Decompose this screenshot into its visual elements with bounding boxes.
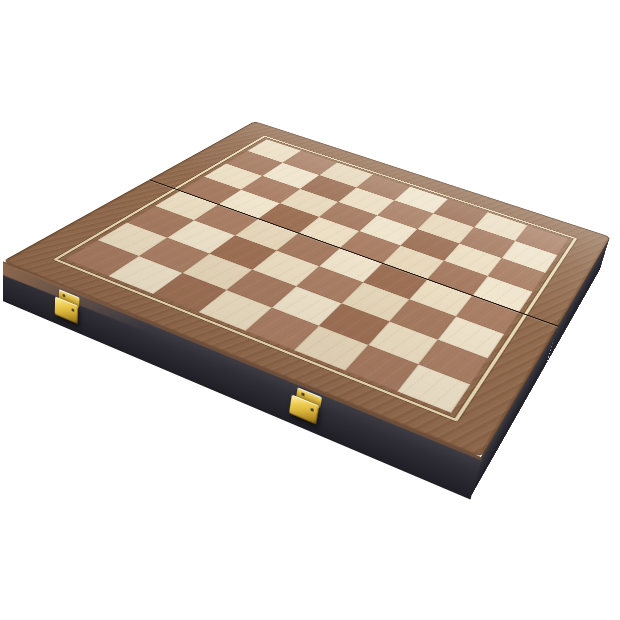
square-c3: [209, 235, 276, 269]
square-a1: [66, 240, 140, 276]
square-f2: [319, 303, 389, 344]
maple-inlay-border: [53, 136, 577, 422]
latch-screw: [62, 294, 65, 298]
brass-latch-center: [286, 385, 328, 432]
square-g1: [345, 345, 419, 392]
square-f4: [363, 263, 427, 299]
square-d1: [198, 290, 272, 331]
chessboard-grid: [66, 139, 569, 413]
chessboard-3d-body: [2, 121, 611, 458]
square-g3: [389, 299, 455, 339]
square-e1: [246, 308, 320, 351]
product-photo-scene: [0, 0, 620, 620]
square-b1: [108, 256, 182, 294]
square-h3: [438, 316, 504, 358]
square-c1: [153, 273, 227, 312]
square-e2: [272, 286, 342, 326]
square-f1: [294, 326, 368, 371]
square-e3: [297, 266, 364, 303]
square-h2: [418, 339, 488, 384]
square-d3: [252, 251, 319, 287]
latch-screw: [71, 308, 74, 312]
square-c2: [182, 253, 252, 290]
square-g2: [368, 321, 438, 364]
folding-chessboard: [77, 0, 602, 511]
square-h5: [472, 276, 532, 312]
square-h4: [456, 295, 519, 334]
square-h1: [397, 364, 470, 413]
square-d2: [226, 269, 296, 307]
square-a2: [98, 222, 168, 256]
square-g4: [409, 279, 472, 316]
square-f3: [342, 283, 409, 321]
square-b2: [139, 238, 209, 273]
